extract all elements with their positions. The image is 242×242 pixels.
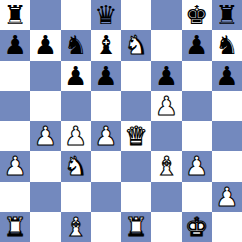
black-queen-piece: ♛ — [94, 2, 117, 28]
square-b2[interactable] — [30, 182, 60, 212]
square-b6[interactable] — [30, 61, 60, 91]
square-a2[interactable] — [0, 182, 30, 212]
black-knight-piece: ♞ — [215, 32, 238, 58]
black-rook-piece: ♜ — [215, 2, 238, 28]
square-h1[interactable] — [212, 212, 242, 242]
square-c8[interactable] — [61, 0, 91, 30]
black-pawn-piece: ♟ — [34, 32, 57, 58]
square-b3[interactable] — [30, 151, 60, 181]
square-e2[interactable] — [121, 182, 151, 212]
square-f3[interactable]: ♝ — [151, 151, 181, 181]
square-g8[interactable]: ♚ — [182, 0, 212, 30]
black-pawn-piece: ♟ — [215, 63, 238, 89]
square-e1[interactable]: ♜ — [121, 212, 151, 242]
square-e8[interactable] — [121, 0, 151, 30]
square-f5[interactable]: ♟ — [151, 91, 181, 121]
square-g7[interactable]: ♟ — [182, 30, 212, 60]
square-f7[interactable] — [151, 30, 181, 60]
square-g3[interactable]: ♟ — [182, 151, 212, 181]
white-pawn-piece: ♟ — [64, 123, 87, 149]
white-knight-piece: ♞ — [64, 153, 87, 179]
white-rook-piece: ♜ — [124, 214, 147, 240]
white-knight-piece: ♞ — [124, 32, 147, 58]
square-a5[interactable] — [0, 91, 30, 121]
black-pawn-piece: ♟ — [3, 32, 26, 58]
square-b4[interactable]: ♟ — [30, 121, 60, 151]
white-bishop-piece: ♝ — [64, 214, 87, 240]
square-c5[interactable] — [61, 91, 91, 121]
square-d3[interactable] — [91, 151, 121, 181]
black-rook-piece: ♜ — [3, 2, 26, 28]
black-bishop-piece: ♝ — [94, 32, 117, 58]
white-pawn-piece: ♟ — [3, 153, 26, 179]
square-h7[interactable]: ♞ — [212, 30, 242, 60]
black-king-piece: ♚ — [185, 2, 208, 28]
square-c7[interactable]: ♞ — [61, 30, 91, 60]
square-c4[interactable]: ♟ — [61, 121, 91, 151]
square-d1[interactable] — [91, 212, 121, 242]
square-g4[interactable] — [182, 121, 212, 151]
square-d8[interactable]: ♛ — [91, 0, 121, 30]
square-h6[interactable]: ♟ — [212, 61, 242, 91]
black-pawn-piece: ♟ — [155, 63, 178, 89]
white-pawn-piece: ♟ — [34, 123, 57, 149]
square-f6[interactable]: ♟ — [151, 61, 181, 91]
square-c2[interactable] — [61, 182, 91, 212]
square-e7[interactable]: ♞ — [121, 30, 151, 60]
square-a8[interactable]: ♜ — [0, 0, 30, 30]
white-pawn-piece: ♟ — [215, 184, 238, 210]
square-h5[interactable] — [212, 91, 242, 121]
square-d7[interactable]: ♝ — [91, 30, 121, 60]
square-f1[interactable] — [151, 212, 181, 242]
square-a1[interactable]: ♜ — [0, 212, 30, 242]
square-a7[interactable]: ♟ — [0, 30, 30, 60]
black-pawn-piece: ♟ — [64, 63, 87, 89]
square-g5[interactable] — [182, 91, 212, 121]
white-pawn-piece: ♟ — [155, 93, 178, 119]
black-pawn-piece: ♟ — [94, 63, 117, 89]
white-pawn-piece: ♟ — [94, 123, 117, 149]
square-d4[interactable]: ♟ — [91, 121, 121, 151]
square-e6[interactable] — [121, 61, 151, 91]
white-queen-piece: ♛ — [124, 123, 147, 149]
square-d5[interactable] — [91, 91, 121, 121]
chess-board: ♜♛♚♜♟♟♞♝♞♟♞♟♟♟♟♟♟♟♟♛♟♞♝♟♟♜♝♜♚ — [0, 0, 242, 242]
square-b5[interactable] — [30, 91, 60, 121]
square-e5[interactable] — [121, 91, 151, 121]
square-a6[interactable] — [0, 61, 30, 91]
square-h2[interactable]: ♟ — [212, 182, 242, 212]
square-b8[interactable] — [30, 0, 60, 30]
white-bishop-piece: ♝ — [155, 153, 178, 179]
square-e4[interactable]: ♛ — [121, 121, 151, 151]
square-a4[interactable] — [0, 121, 30, 151]
square-f4[interactable] — [151, 121, 181, 151]
square-c6[interactable]: ♟ — [61, 61, 91, 91]
square-h8[interactable]: ♜ — [212, 0, 242, 30]
square-f2[interactable] — [151, 182, 181, 212]
square-c3[interactable]: ♞ — [61, 151, 91, 181]
square-d2[interactable] — [91, 182, 121, 212]
square-b7[interactable]: ♟ — [30, 30, 60, 60]
square-c1[interactable]: ♝ — [61, 212, 91, 242]
square-d6[interactable]: ♟ — [91, 61, 121, 91]
black-pawn-piece: ♟ — [185, 32, 208, 58]
square-b1[interactable] — [30, 212, 60, 242]
square-f8[interactable] — [151, 0, 181, 30]
square-h4[interactable] — [212, 121, 242, 151]
white-king-piece: ♚ — [185, 214, 208, 240]
square-g2[interactable] — [182, 182, 212, 212]
square-e3[interactable] — [121, 151, 151, 181]
white-pawn-piece: ♟ — [185, 153, 208, 179]
square-h3[interactable] — [212, 151, 242, 181]
square-g6[interactable] — [182, 61, 212, 91]
square-a3[interactable]: ♟ — [0, 151, 30, 181]
square-g1[interactable]: ♚ — [182, 212, 212, 242]
black-knight-piece: ♞ — [64, 32, 87, 58]
white-rook-piece: ♜ — [3, 214, 26, 240]
